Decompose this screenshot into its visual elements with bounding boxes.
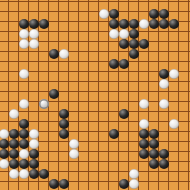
black-stone: ● (129, 29, 139, 39)
white-stone: ○ (129, 169, 139, 179)
black-stone: ● (9, 159, 19, 169)
black-stone: ● (49, 89, 59, 99)
black-stone: ● (149, 9, 159, 19)
white-stone: ○ (19, 39, 29, 49)
black-stone: ● (59, 109, 69, 119)
white-stone: ○ (69, 149, 79, 159)
black-stone: ● (139, 129, 149, 139)
black-stone: ● (19, 129, 29, 139)
white-stone: ○ (139, 19, 149, 29)
white-stone: ○ (9, 109, 19, 119)
black-stone: ● (159, 69, 169, 79)
white-stone: ○ (9, 169, 19, 179)
white-stone: ○ (59, 49, 69, 59)
black-stone: ● (109, 129, 119, 139)
black-stone: ● (109, 59, 119, 69)
black-stone: ● (119, 39, 129, 49)
black-stone: ● (129, 39, 139, 49)
black-stone: ● (59, 119, 69, 129)
white-stone: ○ (19, 29, 29, 39)
white-stone: ○ (0, 129, 9, 139)
black-stone: ● (39, 19, 49, 29)
white-stone: ○ (19, 99, 29, 109)
black-stone: ● (59, 129, 69, 139)
black-stone: ● (159, 149, 169, 159)
white-stone: ○ (29, 129, 39, 139)
black-stone: ● (39, 169, 49, 179)
black-stone: ● (139, 139, 149, 149)
black-stone: ● (0, 139, 9, 149)
black-stone: ● (149, 139, 159, 149)
black-stone: ● (29, 149, 39, 159)
black-stone: ● (129, 49, 139, 59)
black-stone: ● (59, 179, 69, 189)
black-stone: ● (49, 179, 59, 189)
black-stone: ● (139, 39, 149, 49)
white-stone: ○ (109, 29, 119, 39)
white-stone: ○ (99, 9, 109, 19)
black-stone: ● (19, 19, 29, 29)
black-stone: ● (19, 159, 29, 169)
black-stone: ● (139, 149, 149, 159)
black-stone: ● (119, 179, 129, 189)
black-stone: ● (149, 159, 159, 169)
black-stone: ● (159, 159, 169, 169)
white-stone: ○ (129, 179, 139, 189)
marked-white-stone: ◉ (39, 99, 49, 109)
white-stone: ○ (139, 119, 149, 129)
go-board[interactable]: ○●●●●●●●●●○●●●○○○○●○○●●●●○●●●○●○○●○◉○○○●… (0, 0, 190, 190)
white-stone: ○ (169, 69, 179, 79)
black-stone: ● (119, 19, 129, 29)
black-stone: ● (109, 9, 119, 19)
black-stone: ● (9, 149, 19, 159)
black-stone: ● (149, 149, 159, 159)
black-stone: ● (109, 19, 119, 29)
black-stone: ● (29, 169, 39, 179)
black-stone: ● (149, 19, 159, 29)
white-stone: ○ (19, 69, 29, 79)
white-stone: ○ (29, 29, 39, 39)
black-stone: ● (9, 139, 19, 149)
black-stone: ● (9, 129, 19, 139)
white-stone: ○ (159, 99, 169, 109)
white-stone: ○ (159, 79, 169, 89)
white-stone: ○ (119, 29, 129, 39)
black-stone: ● (49, 49, 59, 59)
white-stone: ○ (29, 39, 39, 49)
white-stone: ○ (19, 149, 29, 159)
black-stone: ● (169, 19, 179, 29)
white-stone: ○ (0, 159, 9, 169)
black-stone: ● (119, 109, 129, 119)
black-stone: ● (159, 9, 169, 19)
black-stone: ● (19, 119, 29, 129)
white-stone: ○ (29, 139, 39, 149)
white-stone: ○ (139, 99, 149, 109)
black-stone: ● (29, 19, 39, 29)
white-stone: ○ (19, 169, 29, 179)
black-stone: ● (0, 149, 9, 159)
black-stone: ● (19, 139, 29, 149)
black-stone: ● (149, 129, 159, 139)
white-stone: ○ (169, 119, 179, 129)
black-stone: ● (29, 159, 39, 169)
black-stone: ● (119, 59, 129, 69)
black-stone: ● (129, 19, 139, 29)
black-stone: ● (159, 19, 169, 29)
white-stone: ○ (69, 139, 79, 149)
